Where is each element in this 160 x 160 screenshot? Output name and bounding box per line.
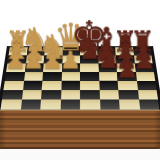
board-square [99, 90, 119, 99]
board-square [42, 81, 61, 90]
board-square: ♞ [44, 55, 62, 63]
board-square [44, 47, 62, 55]
board-square [137, 90, 158, 99]
board-square: ♜ [9, 47, 28, 55]
board-square [118, 81, 138, 90]
board-square [80, 90, 100, 99]
board-square: ♝ [98, 47, 116, 55]
board-square [21, 90, 41, 99]
board-square [61, 72, 80, 81]
board-square [62, 55, 80, 63]
board-square: ♟ [116, 64, 135, 73]
chess-set-photo: ♜♞♛♚♝♜♜♝♟♞♞♟♝♟♟♟♟♟♞♟♟♟ [0, 0, 160, 160]
board-square: ♞ [26, 47, 44, 55]
board-square [118, 90, 138, 99]
board-square: ♛ [62, 47, 80, 55]
board-square: ♟ [98, 55, 116, 63]
board-square: ♞ [80, 55, 98, 63]
board-square: ♟ [117, 72, 136, 81]
board-square: ♟ [6, 64, 25, 73]
board-square [3, 81, 23, 90]
board-square [60, 90, 80, 99]
board-square [80, 64, 98, 73]
board-square [2, 90, 23, 99]
board-square [24, 72, 43, 81]
board-square [139, 99, 160, 109]
board-square: ♝ [116, 55, 135, 63]
board-square [60, 99, 80, 109]
board-square [61, 81, 80, 90]
board-square: ♟ [43, 64, 62, 73]
board-square [100, 99, 120, 109]
board-square [20, 99, 41, 109]
board-square [99, 81, 118, 90]
board-square: ♟ [25, 64, 44, 73]
board-square [41, 90, 61, 99]
black-rook-piece: ♜ [130, 27, 156, 56]
board-square [136, 81, 156, 90]
board-square [98, 72, 117, 81]
board-square [80, 72, 99, 81]
board-square [80, 81, 99, 90]
board-square [135, 72, 155, 81]
board-square [80, 99, 100, 109]
board-square [5, 72, 25, 81]
board-square [1, 99, 22, 109]
board-square [42, 72, 61, 81]
board-square [23, 81, 43, 90]
black-king-piece: ♚ [71, 15, 108, 56]
board-square [119, 99, 140, 109]
board-square: ♟ [26, 55, 45, 63]
board-square: ♞ [98, 64, 117, 73]
board-square: ♟ [134, 55, 153, 63]
board-square: ♝ [7, 55, 26, 63]
walnut-base [0, 110, 160, 149]
board-square: ♜ [133, 47, 152, 55]
board-square: ♟ [134, 64, 153, 73]
board-square: ♟ [62, 64, 80, 73]
board-square: ♜ [115, 47, 133, 55]
board-square [40, 99, 60, 109]
board-square: ♚ [80, 47, 98, 55]
